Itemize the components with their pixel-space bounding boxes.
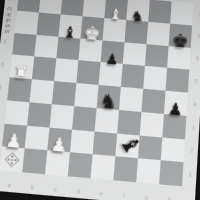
board-photo: CHESS 87654321 87654321 abcdefgh ♝♞♝♚♚♟♜… xyxy=(0,0,200,200)
rank-label: 5 xyxy=(1,62,4,68)
file-label: b xyxy=(31,185,34,191)
square-f8: ♞ xyxy=(126,0,150,22)
square-e1 xyxy=(91,154,116,180)
square-c7: ♝ xyxy=(59,14,83,38)
square-f6 xyxy=(123,42,147,66)
rank-label: 8 xyxy=(199,12,200,18)
square-g1 xyxy=(136,158,161,184)
file-label: c xyxy=(54,187,57,193)
black-king: ♚ xyxy=(171,31,189,50)
square-b5 xyxy=(32,57,56,81)
square-g7 xyxy=(147,22,171,46)
square-a6 xyxy=(12,32,36,56)
file-label: h xyxy=(168,197,171,200)
square-e2 xyxy=(93,131,118,156)
square-b4 xyxy=(30,79,55,104)
rank-label: 4 xyxy=(0,85,2,91)
file-label: d xyxy=(77,189,80,195)
square-e6: ♟ xyxy=(101,40,125,64)
square-a7 xyxy=(15,10,39,34)
square-g4 xyxy=(141,89,165,114)
square-e8: ♝ xyxy=(104,0,128,20)
square-b6 xyxy=(34,34,58,58)
chess-board: ♝♞♝♚♚♟♜♞♟♟♟♝ xyxy=(0,0,193,186)
rank-label: 1 xyxy=(189,172,192,178)
black-bishop: ♝ xyxy=(62,24,78,41)
rank-label: 7 xyxy=(197,34,200,40)
square-f5 xyxy=(121,64,145,89)
square-d7: ♚ xyxy=(80,16,104,40)
square-g5 xyxy=(143,66,167,91)
square-b7 xyxy=(37,12,61,36)
square-b2 xyxy=(25,125,50,150)
square-d3 xyxy=(72,106,97,131)
square-c5 xyxy=(54,58,78,83)
square-h8 xyxy=(170,1,193,25)
square-g8 xyxy=(148,0,171,23)
rank-label: 7 xyxy=(6,18,9,24)
rank-label: 3 xyxy=(192,125,195,131)
black-knight: ♞ xyxy=(99,92,118,113)
square-b1 xyxy=(22,149,47,175)
square-f1 xyxy=(113,156,138,182)
square-a2: ♟ xyxy=(2,123,27,148)
white-rook: ♜ xyxy=(13,64,30,82)
white-bishop: ♝ xyxy=(108,7,122,22)
black-knight: ♞ xyxy=(130,9,144,24)
square-h1 xyxy=(159,160,183,186)
square-h2 xyxy=(161,137,185,163)
square-d4 xyxy=(74,83,98,108)
file-label: f xyxy=(123,193,125,199)
square-h4: ♟ xyxy=(164,91,188,116)
vinyl-board-sheet: CHESS 87654321 87654321 abcdefgh ♝♞♝♚♚♟♜… xyxy=(0,0,200,200)
square-g6 xyxy=(145,44,169,68)
file-label: a xyxy=(8,183,11,189)
square-f2: ♝ xyxy=(115,133,139,158)
square-e4: ♞ xyxy=(97,85,121,110)
black-pawn: ♟ xyxy=(168,101,184,119)
rank-label: 8 xyxy=(8,0,11,2)
black-pawn: ♟ xyxy=(105,52,119,67)
square-d8 xyxy=(83,0,107,18)
file-labels-bottom: abcdefgh xyxy=(0,182,181,200)
square-g3 xyxy=(140,112,164,137)
square-b3 xyxy=(27,102,52,127)
rank-label: 2 xyxy=(190,148,193,154)
square-d5 xyxy=(76,60,100,85)
rank-label: 5 xyxy=(195,79,198,85)
square-f4 xyxy=(119,87,143,112)
rank-label: 6 xyxy=(196,56,199,62)
file-label: e xyxy=(100,191,103,197)
white-pawn: ♟ xyxy=(50,135,69,155)
square-c4 xyxy=(52,81,76,106)
rank-label: 6 xyxy=(3,40,6,46)
square-d2 xyxy=(70,129,95,154)
square-h7: ♚ xyxy=(169,23,192,47)
rank-label: 4 xyxy=(193,102,196,108)
white-king: ♚ xyxy=(83,24,101,43)
white-pawn: ♟ xyxy=(5,132,24,152)
square-a3 xyxy=(5,100,30,125)
square-h5 xyxy=(166,68,190,93)
file-label: g xyxy=(145,195,148,200)
square-c2: ♟ xyxy=(47,127,72,152)
square-c3 xyxy=(50,104,75,129)
square-d1 xyxy=(68,153,93,179)
square-a5: ♜ xyxy=(10,55,35,79)
